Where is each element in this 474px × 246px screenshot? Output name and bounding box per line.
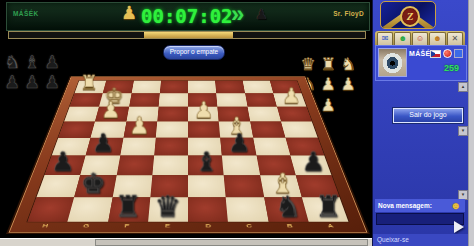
square-a2[interactable]: ♟ (273, 93, 306, 107)
white-player-name: MÁŠÉK (13, 10, 38, 17)
sidebar: Z ✉☻☺☻✕ MÁŠÉK 259 ▴ Sair do jogo ▾ ▾ Nov… (372, 0, 469, 246)
white-pawn-icon: ♟ (121, 4, 137, 22)
square-e6[interactable] (152, 156, 188, 176)
scroll-up-button[interactable]: ▴ (458, 82, 468, 92)
chess-game-window: MÁŠÉK ♟ 00:07:02 » ♟ Sr. FloyD Propor o … (0, 0, 474, 246)
square-g3[interactable]: ♟ (95, 107, 129, 122)
tab-green-chat-icon[interactable]: ☻ (394, 32, 410, 45)
fast-forward-icon: » (231, 0, 244, 28)
piece-black-rook[interactable]: ♜ (315, 192, 341, 221)
file-label-h: H (23, 223, 67, 232)
game-clock: 00:07:02 (141, 5, 233, 27)
square-b8[interactable]: ♞ (264, 197, 309, 221)
board-scene: ♜♚♟♟♟♟♝♟♟♟♝♟♚♝♜♛♞♜ HGFEDCBA (0, 44, 372, 238)
square-e8[interactable]: ♛ (148, 197, 188, 221)
emoticon-button[interactable]: ☻ (450, 200, 461, 211)
square-a6[interactable]: ♟ (290, 156, 331, 176)
piece-black-pawn[interactable]: ♟ (228, 131, 250, 156)
square-c8[interactable] (226, 197, 268, 221)
board-grid: ♜♚♟♟♟♟♝♟♟♟♝♟♚♝♜♛♞♜ (26, 81, 349, 223)
square-g8[interactable] (68, 197, 113, 221)
square-f8[interactable]: ♜ (108, 197, 150, 221)
flag-icon (430, 50, 441, 58)
square-h1[interactable]: ♜ (75, 81, 107, 93)
square-d4[interactable] (188, 122, 220, 138)
player-panel: MÁŠÉK 259 (375, 45, 467, 81)
new-message-bar: Nova mensagem: ☻ (375, 199, 465, 212)
square-c7[interactable] (224, 175, 264, 197)
square-a4[interactable] (281, 122, 318, 138)
file-label-a: A (309, 223, 353, 232)
square-g5[interactable]: ♟ (86, 138, 123, 156)
clock-bar: MÁŠÉK ♟ 00:07:02 » ♟ Sr. FloyD (6, 2, 370, 31)
square-d3[interactable]: ♟ (188, 107, 219, 122)
file-label-e: E (147, 223, 188, 232)
square-h4[interactable] (58, 122, 95, 138)
piece-black-knight[interactable]: ♞ (275, 192, 301, 221)
horizontal-scrollbar[interactable] (0, 238, 372, 246)
piece-white-rook[interactable]: ♜ (80, 73, 98, 94)
square-h7[interactable] (37, 175, 81, 197)
square-e2[interactable] (158, 93, 188, 107)
time-progress-track (8, 31, 366, 39)
piece-black-bishop[interactable]: ♝ (194, 149, 217, 175)
new-message-label: Nova mensagem: (378, 202, 432, 209)
avatar (378, 48, 407, 77)
file-label-d: D (188, 223, 229, 232)
file-coordinate-labels: HGFEDCBA (23, 223, 354, 232)
square-d6[interactable]: ♝ (188, 156, 224, 176)
piece-white-pawn[interactable]: ♟ (282, 85, 301, 107)
square-b1[interactable] (242, 81, 273, 93)
piece-black-pawn[interactable]: ♟ (302, 149, 325, 175)
tab-chat-bubble-icon[interactable]: ✉ (377, 32, 393, 45)
tab-close-icon[interactable]: ✕ (447, 32, 463, 45)
square-h3[interactable] (64, 107, 99, 122)
propose-draw-button[interactable]: Propor o empate (163, 45, 225, 60)
square-f5[interactable] (120, 138, 156, 156)
square-e3[interactable] (157, 107, 188, 122)
square-f1[interactable] (131, 81, 160, 93)
vertical-scrollbar[interactable] (468, 0, 474, 246)
square-e1[interactable] (160, 81, 188, 93)
square-d7[interactable] (188, 175, 226, 197)
piece-white-pawn[interactable]: ♟ (101, 99, 121, 122)
square-c2[interactable] (216, 93, 247, 107)
square-e5[interactable] (154, 138, 188, 156)
send-message-button[interactable] (454, 221, 464, 233)
tab-user-red-icon[interactable]: ☺ (412, 32, 428, 45)
horizontal-scrollbar-thumb[interactable] (95, 239, 368, 246)
piece-black-king[interactable]: ♚ (81, 170, 106, 198)
square-d8[interactable] (188, 197, 228, 221)
square-h8[interactable] (28, 197, 75, 221)
square-f2[interactable] (129, 93, 160, 107)
file-label-f: F (105, 223, 147, 232)
sidebar-tabs: ✉☻☺☻✕ (375, 31, 465, 45)
square-b4[interactable] (250, 122, 285, 138)
site-logo: Z (380, 1, 436, 29)
piece-black-pawn[interactable]: ♟ (51, 149, 74, 175)
square-f6[interactable] (116, 156, 154, 176)
black-pawn-icon: ♟ (255, 7, 268, 21)
time-progress-fill (144, 32, 233, 38)
square-a3[interactable] (277, 107, 312, 122)
file-label-b: B (269, 223, 312, 232)
square-c5[interactable]: ♟ (220, 138, 256, 156)
scroll-down-button[interactable]: ▾ (458, 126, 468, 136)
exit-game-button[interactable]: Sair do jogo (393, 108, 463, 123)
chess-board: ♜♚♟♟♟♟♝♟♟♟♝♟♚♝♜♛♞♜ HGFEDCBA (6, 76, 370, 234)
square-b3[interactable] (247, 107, 281, 122)
square-b5[interactable] (253, 138, 290, 156)
complain-link[interactable]: Queixar-se (373, 234, 469, 246)
square-h2[interactable] (70, 93, 103, 107)
square-b2[interactable] (245, 93, 277, 107)
status-dot-icon (443, 49, 452, 58)
logo-letter: Z (400, 6, 420, 27)
piece-black-rook[interactable]: ♜ (115, 192, 141, 221)
message-input[interactable] (376, 213, 464, 225)
player-mini-icons (430, 49, 463, 58)
square-c6[interactable] (222, 156, 260, 176)
piece-black-queen[interactable]: ♛ (155, 192, 181, 221)
piece-black-pawn[interactable]: ♟ (92, 131, 114, 156)
square-g7[interactable]: ♚ (74, 175, 116, 197)
square-f4[interactable]: ♟ (123, 122, 157, 138)
square-d1[interactable] (188, 81, 216, 93)
piece-white-pawn[interactable]: ♟ (129, 114, 150, 138)
square-c1[interactable] (215, 81, 244, 93)
piece-white-pawn[interactable]: ♟ (193, 99, 213, 122)
square-a8[interactable]: ♜ (302, 197, 349, 221)
file-label-g: G (64, 223, 107, 232)
options-icon[interactable] (454, 49, 463, 58)
file-label-c: C (228, 223, 270, 232)
tab-users-duo-icon[interactable]: ☻ (429, 32, 445, 45)
player-rating: 259 (444, 63, 459, 73)
black-player-name: Sr. FloyD (333, 10, 364, 17)
square-e4[interactable] (156, 122, 188, 138)
square-h6[interactable]: ♟ (45, 156, 86, 176)
